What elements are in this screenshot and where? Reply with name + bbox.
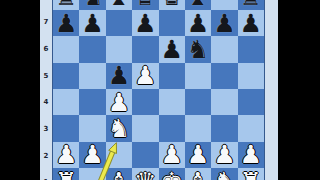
rank-label-1: 1 [40, 178, 52, 180]
square-f6[interactable]: ♞ [185, 36, 211, 62]
square-g1[interactable]: ♞ [211, 168, 237, 180]
black-bishop-c8[interactable]: ♝ [108, 0, 130, 9]
square-b3[interactable] [79, 115, 105, 141]
rank-label-5: 5 [40, 72, 52, 80]
square-g2[interactable]: ♟ [211, 142, 237, 168]
square-g6[interactable] [211, 36, 237, 62]
black-king-e8[interactable]: ♚ [160, 0, 182, 9]
square-g3[interactable] [211, 115, 237, 141]
black-pawn-e6[interactable]: ♟ [160, 37, 182, 62]
square-f5[interactable] [185, 63, 211, 89]
white-pawn-h2[interactable]: ♟ [240, 142, 262, 167]
black-knight-b8[interactable]: ♞ [81, 0, 103, 9]
black-pawn-a7[interactable]: ♟ [55, 11, 77, 36]
square-d6[interactable] [132, 36, 158, 62]
square-d1[interactable]: ♛ [132, 168, 158, 180]
black-knight-f6[interactable]: ♞ [187, 37, 209, 62]
white-pawn-a2[interactable]: ♟ [55, 142, 77, 167]
square-d4[interactable] [132, 89, 158, 115]
white-pawn-g2[interactable]: ♟ [213, 142, 235, 167]
square-f7[interactable]: ♟ [185, 10, 211, 36]
square-b1[interactable] [79, 168, 105, 180]
black-pawn-b7[interactable]: ♟ [81, 11, 103, 36]
black-rook-h8[interactable]: ♜ [240, 0, 262, 9]
square-d2[interactable] [132, 142, 158, 168]
square-c4[interactable]: ♟ [106, 89, 132, 115]
square-e6[interactable]: ♟ [159, 36, 185, 62]
square-c1[interactable]: ♝ [106, 168, 132, 180]
rank-label-3: 3 [40, 125, 52, 133]
square-c8[interactable]: ♝ [106, 0, 132, 10]
rank-label-7: 7 [40, 18, 52, 26]
square-e3[interactable] [159, 115, 185, 141]
video-frame: ♜♞♝♛♚♝♜♟♟♟♟♟♟♟♞♟♟♟♞♟♟♟♟♟♟♜♝♛♚♝♞♜ 8765432… [0, 0, 320, 180]
square-a2[interactable]: ♟ [53, 142, 79, 168]
square-h7[interactable]: ♟ [238, 10, 264, 36]
square-h2[interactable]: ♟ [238, 142, 264, 168]
white-queen-d1[interactable]: ♛ [134, 169, 156, 180]
square-g5[interactable] [211, 63, 237, 89]
square-b6[interactable] [79, 36, 105, 62]
rank-label-4: 4 [40, 98, 52, 106]
square-e7[interactable] [159, 10, 185, 36]
white-pawn-d5[interactable]: ♟ [134, 63, 156, 88]
square-b5[interactable] [79, 63, 105, 89]
white-knight-g1[interactable]: ♞ [213, 169, 235, 180]
square-f3[interactable] [185, 115, 211, 141]
square-h6[interactable] [238, 36, 264, 62]
square-d7[interactable]: ♟ [132, 10, 158, 36]
white-pawn-f2[interactable]: ♟ [187, 142, 209, 167]
square-h3[interactable] [238, 115, 264, 141]
black-rook-a8[interactable]: ♜ [55, 0, 77, 9]
chess-board[interactable]: ♜♞♝♛♚♝♜♟♟♟♟♟♟♟♞♟♟♟♞♟♟♟♟♟♟♜♝♛♚♝♞♜ [52, 0, 265, 180]
white-knight-c3[interactable]: ♞ [108, 116, 130, 141]
square-c2[interactable] [106, 142, 132, 168]
square-d3[interactable] [132, 115, 158, 141]
rank-label-6: 6 [40, 45, 52, 53]
square-d5[interactable]: ♟ [132, 63, 158, 89]
square-a1[interactable]: ♜ [53, 168, 79, 180]
black-pawn-c5[interactable]: ♟ [108, 63, 130, 88]
square-g7[interactable]: ♟ [211, 10, 237, 36]
square-c6[interactable] [106, 36, 132, 62]
square-f2[interactable]: ♟ [185, 142, 211, 168]
square-h5[interactable] [238, 63, 264, 89]
square-b7[interactable]: ♟ [79, 10, 105, 36]
square-h1[interactable]: ♜ [238, 168, 264, 180]
black-pawn-f7[interactable]: ♟ [187, 11, 209, 36]
square-b4[interactable] [79, 89, 105, 115]
square-a6[interactable] [53, 36, 79, 62]
white-pawn-c4[interactable]: ♟ [108, 90, 130, 115]
square-a4[interactable] [53, 89, 79, 115]
white-pawn-e2[interactable]: ♟ [160, 142, 182, 167]
square-e4[interactable] [159, 89, 185, 115]
square-f4[interactable] [185, 89, 211, 115]
black-pawn-d7[interactable]: ♟ [134, 11, 156, 36]
square-a5[interactable] [53, 63, 79, 89]
square-e1[interactable]: ♚ [159, 168, 185, 180]
square-b2[interactable]: ♟ [79, 142, 105, 168]
square-c3[interactable]: ♞ [106, 115, 132, 141]
white-rook-h1[interactable]: ♜ [240, 169, 262, 180]
square-a7[interactable]: ♟ [53, 10, 79, 36]
square-e8[interactable]: ♚ [159, 0, 185, 10]
white-king-e1[interactable]: ♚ [160, 169, 182, 180]
white-rook-a1[interactable]: ♜ [55, 169, 77, 180]
square-e5[interactable] [159, 63, 185, 89]
black-pawn-h7[interactable]: ♟ [240, 11, 262, 36]
square-f1[interactable]: ♝ [185, 168, 211, 180]
square-h4[interactable] [238, 89, 264, 115]
square-g4[interactable] [211, 89, 237, 115]
square-e2[interactable]: ♟ [159, 142, 185, 168]
black-queen-d8[interactable]: ♛ [134, 0, 156, 9]
white-pawn-b2[interactable]: ♟ [81, 142, 103, 167]
square-c7[interactable] [106, 10, 132, 36]
black-pawn-g7[interactable]: ♟ [213, 11, 235, 36]
rank-label-2: 2 [40, 152, 52, 160]
white-bishop-f1[interactable]: ♝ [187, 169, 209, 180]
square-a3[interactable] [53, 115, 79, 141]
black-bishop-f8[interactable]: ♝ [187, 0, 209, 9]
square-c5[interactable]: ♟ [106, 63, 132, 89]
white-bishop-c1[interactable]: ♝ [108, 169, 130, 180]
